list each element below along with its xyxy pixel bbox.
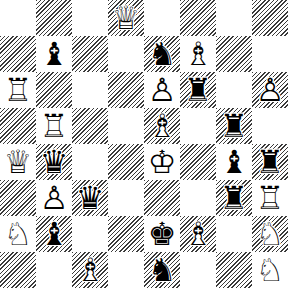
square-f2[interactable]: ♝♗: [180, 216, 216, 252]
square-b6[interactable]: [36, 72, 72, 108]
square-h2[interactable]: ♞♘: [252, 216, 288, 252]
black-queen: ♛: [36, 144, 72, 180]
square-h7[interactable]: [252, 36, 288, 72]
square-d3[interactable]: [108, 180, 144, 216]
white-rook-fill: ♜: [252, 180, 288, 216]
white-pawn-fill: ♟: [144, 72, 180, 108]
square-d4[interactable]: [108, 144, 144, 180]
white-bishop-fill: ♝: [180, 36, 216, 72]
square-f5[interactable]: [180, 108, 216, 144]
square-e6[interactable]: ♟♙: [144, 72, 180, 108]
black-rook: ♜: [180, 72, 216, 108]
square-e4[interactable]: ♚♔: [144, 144, 180, 180]
white-bishop: ♗: [180, 36, 216, 72]
square-e2[interactable]: ♚: [144, 216, 180, 252]
white-bishop-fill: ♝: [144, 108, 180, 144]
white-rook: ♖: [36, 108, 72, 144]
square-g7[interactable]: [216, 36, 252, 72]
square-c2[interactable]: [72, 216, 108, 252]
square-h1[interactable]: ♞♘: [252, 252, 288, 288]
square-e5[interactable]: ♝♗: [144, 108, 180, 144]
black-rook: ♜: [216, 108, 252, 144]
square-a5[interactable]: [0, 108, 36, 144]
square-a8[interactable]: [0, 0, 36, 36]
white-queen-fill: ♛: [108, 0, 144, 36]
chess-diagram: ♛♕♝♞♝♗♜♖♟♙♜♟♙♜♖♝♗♜♛♕♛♚♔♝♜♟♙♛♜♜♖♞♘♝♚♝♗♞♘♝…: [0, 0, 288, 288]
black-bishop: ♝: [36, 36, 72, 72]
white-bishop: ♗: [72, 252, 108, 288]
square-d5[interactable]: [108, 108, 144, 144]
white-knight: ♘: [0, 216, 36, 252]
square-a6[interactable]: ♜♖: [0, 72, 36, 108]
square-h5[interactable]: [252, 108, 288, 144]
white-rook-fill: ♜: [0, 72, 36, 108]
white-knight-fill: ♞: [252, 216, 288, 252]
square-g1[interactable]: [216, 252, 252, 288]
white-knight-fill: ♞: [0, 216, 36, 252]
white-pawn: ♙: [252, 72, 288, 108]
square-g4[interactable]: ♝: [216, 144, 252, 180]
white-king: ♔: [144, 144, 180, 180]
square-e1[interactable]: ♞: [144, 252, 180, 288]
square-h6[interactable]: ♟♙: [252, 72, 288, 108]
square-h8[interactable]: [252, 0, 288, 36]
square-d6[interactable]: [108, 72, 144, 108]
black-bishop: ♝: [36, 216, 72, 252]
white-king-fill: ♚: [144, 144, 180, 180]
square-h3[interactable]: ♜♖: [252, 180, 288, 216]
square-b7[interactable]: ♝: [36, 36, 72, 72]
square-h4[interactable]: ♜: [252, 144, 288, 180]
white-bishop-fill: ♝: [72, 252, 108, 288]
square-b1[interactable]: [36, 252, 72, 288]
square-e7[interactable]: ♞: [144, 36, 180, 72]
square-c4[interactable]: [72, 144, 108, 180]
square-g8[interactable]: [216, 0, 252, 36]
black-knight: ♞: [144, 36, 180, 72]
square-f4[interactable]: [180, 144, 216, 180]
square-c6[interactable]: [72, 72, 108, 108]
square-b4[interactable]: ♛: [36, 144, 72, 180]
square-g2[interactable]: [216, 216, 252, 252]
square-f6[interactable]: ♜: [180, 72, 216, 108]
square-g3[interactable]: ♜: [216, 180, 252, 216]
square-d7[interactable]: [108, 36, 144, 72]
black-rook: ♜: [252, 144, 288, 180]
square-a1[interactable]: [0, 252, 36, 288]
white-pawn-fill: ♟: [36, 180, 72, 216]
white-rook-fill: ♜: [36, 108, 72, 144]
black-knight: ♞: [144, 252, 180, 288]
square-d1[interactable]: [108, 252, 144, 288]
square-a7[interactable]: [0, 36, 36, 72]
white-queen-fill: ♛: [0, 144, 36, 180]
square-b8[interactable]: [36, 0, 72, 36]
square-c7[interactable]: [72, 36, 108, 72]
square-c1[interactable]: ♝♗: [72, 252, 108, 288]
square-b3[interactable]: ♟♙: [36, 180, 72, 216]
white-bishop-fill: ♝: [180, 216, 216, 252]
square-g6[interactable]: [216, 72, 252, 108]
black-bishop: ♝: [216, 144, 252, 180]
square-c8[interactable]: [72, 0, 108, 36]
square-a3[interactable]: [0, 180, 36, 216]
black-queen: ♛: [72, 180, 108, 216]
white-queen: ♕: [0, 144, 36, 180]
white-knight: ♘: [252, 252, 288, 288]
square-f7[interactable]: ♝♗: [180, 36, 216, 72]
square-d8[interactable]: ♛♕: [108, 0, 144, 36]
square-c5[interactable]: [72, 108, 108, 144]
white-rook: ♖: [252, 180, 288, 216]
square-f1[interactable]: [180, 252, 216, 288]
white-pawn: ♙: [144, 72, 180, 108]
black-rook: ♜: [216, 180, 252, 216]
square-f8[interactable]: [180, 0, 216, 36]
white-pawn-fill: ♟: [252, 72, 288, 108]
black-king: ♚: [144, 216, 180, 252]
white-bishop: ♗: [180, 216, 216, 252]
square-g5[interactable]: ♜: [216, 108, 252, 144]
square-e3[interactable]: [144, 180, 180, 216]
square-f3[interactable]: [180, 180, 216, 216]
square-e8[interactable]: [144, 0, 180, 36]
square-b2[interactable]: ♝: [36, 216, 72, 252]
square-c3[interactable]: ♛: [72, 180, 108, 216]
square-a2[interactable]: ♞♘: [0, 216, 36, 252]
square-b5[interactable]: ♜♖: [36, 108, 72, 144]
white-bishop: ♗: [144, 108, 180, 144]
white-knight-fill: ♞: [252, 252, 288, 288]
square-d2[interactable]: [108, 216, 144, 252]
white-rook: ♖: [0, 72, 36, 108]
white-pawn: ♙: [36, 180, 72, 216]
white-knight: ♘: [252, 216, 288, 252]
chess-board: ♛♕♝♞♝♗♜♖♟♙♜♟♙♜♖♝♗♜♛♕♛♚♔♝♜♟♙♛♜♜♖♞♘♝♚♝♗♞♘♝…: [0, 0, 288, 288]
square-a4[interactable]: ♛♕: [0, 144, 36, 180]
white-queen: ♕: [108, 0, 144, 36]
